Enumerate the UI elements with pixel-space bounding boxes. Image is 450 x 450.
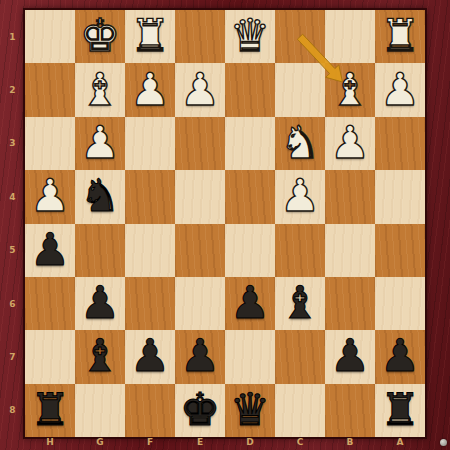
square-f1[interactable]: ♜ xyxy=(125,10,175,63)
square-d6[interactable]: ♟ xyxy=(225,277,275,330)
white-bishop[interactable]: ♝ xyxy=(80,67,120,112)
rank-label-1: 1 xyxy=(0,10,25,63)
file-label-d: D xyxy=(225,436,275,450)
square-f2[interactable]: ♟ xyxy=(125,63,175,116)
square-f8[interactable] xyxy=(125,384,175,437)
file-label-e: E xyxy=(175,436,225,450)
square-f3[interactable] xyxy=(125,117,175,170)
white-pawn[interactable]: ♟ xyxy=(180,67,220,112)
square-d1[interactable]: ♛ xyxy=(225,10,275,63)
rank-label-8: 8 xyxy=(0,384,25,437)
square-d5[interactable] xyxy=(225,224,275,277)
square-a8[interactable]: ♜ xyxy=(375,384,425,437)
white-bishop[interactable]: ♝ xyxy=(330,67,370,112)
square-f7[interactable]: ♟ xyxy=(125,330,175,383)
square-a4[interactable] xyxy=(375,170,425,223)
square-f4[interactable] xyxy=(125,170,175,223)
white-rook[interactable]: ♜ xyxy=(130,13,170,58)
square-e7[interactable]: ♟ xyxy=(175,330,225,383)
square-g6[interactable]: ♟ xyxy=(75,277,125,330)
square-c4[interactable]: ♟ xyxy=(275,170,325,223)
file-label-f: F xyxy=(125,436,175,450)
black-bishop[interactable]: ♝ xyxy=(280,280,320,325)
square-g4[interactable]: ♞ xyxy=(75,170,125,223)
square-d8[interactable]: ♛ xyxy=(225,384,275,437)
rank-label-3: 3 xyxy=(0,117,25,170)
square-b6[interactable] xyxy=(325,277,375,330)
square-g1[interactable]: ♚ xyxy=(75,10,125,63)
file-label-c: C xyxy=(275,436,325,450)
square-h1[interactable] xyxy=(25,10,75,63)
black-pawn[interactable]: ♟ xyxy=(30,227,70,272)
square-e3[interactable] xyxy=(175,117,225,170)
board-grid: ♚♜♛♜♝♟♟♝♟♟♞♟♟♞♟♟♟♟♝♝♟♟♟♟♜♚♛♜ xyxy=(25,10,425,437)
square-h5[interactable]: ♟ xyxy=(25,224,75,277)
square-b2[interactable]: ♝ xyxy=(325,63,375,116)
square-d7[interactable] xyxy=(225,330,275,383)
black-pawn[interactable]: ♟ xyxy=(80,280,120,325)
square-a3[interactable] xyxy=(375,117,425,170)
square-b1[interactable] xyxy=(325,10,375,63)
square-e1[interactable] xyxy=(175,10,225,63)
file-label-b: B xyxy=(325,436,375,450)
square-d2[interactable] xyxy=(225,63,275,116)
file-label-h: H xyxy=(25,436,75,450)
rank-label-6: 6 xyxy=(0,277,25,330)
square-f5[interactable] xyxy=(125,224,175,277)
corner-screw-icon xyxy=(440,439,447,446)
square-c7[interactable] xyxy=(275,330,325,383)
black-king[interactable]: ♚ xyxy=(180,387,220,432)
square-e4[interactable] xyxy=(175,170,225,223)
black-pawn[interactable]: ♟ xyxy=(330,333,370,378)
square-h6[interactable] xyxy=(25,277,75,330)
white-queen[interactable]: ♛ xyxy=(230,13,270,58)
square-a2[interactable]: ♟ xyxy=(375,63,425,116)
square-h7[interactable] xyxy=(25,330,75,383)
white-pawn[interactable]: ♟ xyxy=(330,120,370,165)
square-g3[interactable]: ♟ xyxy=(75,117,125,170)
square-c6[interactable]: ♝ xyxy=(275,277,325,330)
square-c8[interactable] xyxy=(275,384,325,437)
white-knight[interactable]: ♞ xyxy=(280,120,320,165)
white-pawn[interactable]: ♟ xyxy=(380,67,420,112)
file-labels: HGFEDCBA xyxy=(25,436,425,450)
square-b4[interactable] xyxy=(325,170,375,223)
black-rook[interactable]: ♜ xyxy=(30,387,70,432)
square-a7[interactable]: ♟ xyxy=(375,330,425,383)
white-pawn[interactable]: ♟ xyxy=(280,173,320,218)
square-c3[interactable]: ♞ xyxy=(275,117,325,170)
square-h3[interactable] xyxy=(25,117,75,170)
square-e5[interactable] xyxy=(175,224,225,277)
white-pawn[interactable]: ♟ xyxy=(80,120,120,165)
white-king[interactable]: ♚ xyxy=(80,13,120,58)
black-pawn[interactable]: ♟ xyxy=(130,333,170,378)
square-b5[interactable] xyxy=(325,224,375,277)
square-d4[interactable] xyxy=(225,170,275,223)
file-label-a: A xyxy=(375,436,425,450)
rank-label-4: 4 xyxy=(0,170,25,223)
square-h4[interactable]: ♟ xyxy=(25,170,75,223)
square-c5[interactable] xyxy=(275,224,325,277)
square-b8[interactable] xyxy=(325,384,375,437)
square-g5[interactable] xyxy=(75,224,125,277)
square-g2[interactable]: ♝ xyxy=(75,63,125,116)
square-e8[interactable]: ♚ xyxy=(175,384,225,437)
black-queen[interactable]: ♛ xyxy=(230,387,270,432)
square-a1[interactable]: ♜ xyxy=(375,10,425,63)
black-pawn[interactable]: ♟ xyxy=(180,333,220,378)
black-pawn[interactable]: ♟ xyxy=(380,333,420,378)
square-b3[interactable]: ♟ xyxy=(325,117,375,170)
rank-labels: 12345678 xyxy=(0,10,25,437)
square-b7[interactable]: ♟ xyxy=(325,330,375,383)
white-pawn[interactable]: ♟ xyxy=(30,173,70,218)
square-a6[interactable] xyxy=(375,277,425,330)
square-g8[interactable] xyxy=(75,384,125,437)
rank-label-7: 7 xyxy=(0,330,25,383)
white-pawn[interactable]: ♟ xyxy=(130,67,170,112)
black-rook[interactable]: ♜ xyxy=(380,387,420,432)
square-e2[interactable]: ♟ xyxy=(175,63,225,116)
square-a5[interactable] xyxy=(375,224,425,277)
square-e6[interactable] xyxy=(175,277,225,330)
black-pawn[interactable]: ♟ xyxy=(230,280,270,325)
square-h8[interactable]: ♜ xyxy=(25,384,75,437)
white-rook[interactable]: ♜ xyxy=(380,13,420,58)
black-bishop[interactable]: ♝ xyxy=(80,333,120,378)
rank-label-5: 5 xyxy=(0,224,25,277)
square-g7[interactable]: ♝ xyxy=(75,330,125,383)
black-knight[interactable]: ♞ xyxy=(80,173,120,218)
square-d3[interactable] xyxy=(225,117,275,170)
square-c1[interactable] xyxy=(275,10,325,63)
square-c2[interactable] xyxy=(275,63,325,116)
square-h2[interactable] xyxy=(25,63,75,116)
file-label-g: G xyxy=(75,436,125,450)
rank-label-2: 2 xyxy=(0,63,25,116)
square-f6[interactable] xyxy=(125,277,175,330)
